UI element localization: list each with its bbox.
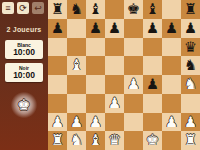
black-clock-time: 10:00	[13, 71, 35, 80]
board-square[interactable]	[105, 56, 124, 75]
board-square[interactable]	[162, 56, 181, 75]
sidebar: ≡ ⟳ ↩ 2 Joueurs Blanc 10:00 Noir 10:00 ♚	[0, 0, 48, 150]
board-square[interactable]: ♛	[105, 131, 124, 150]
piece-white-pawn: ♟	[108, 95, 121, 110]
board-square[interactable]	[124, 94, 143, 113]
board-square[interactable]	[124, 56, 143, 75]
board-square[interactable]: ♟	[105, 94, 124, 113]
board-square[interactable]: ♟	[86, 19, 105, 38]
piece-white-pawn: ♟	[89, 114, 102, 129]
piece-white-pawn: ♟	[70, 114, 83, 129]
white-king-icon: ♚	[17, 96, 30, 114]
piece-white-pawn: ♟	[51, 114, 64, 129]
board-square[interactable]	[162, 94, 181, 113]
board-square[interactable]	[105, 38, 124, 57]
board-square[interactable]	[124, 19, 143, 38]
board-square[interactable]	[162, 0, 181, 19]
piece-black-king: ♚	[127, 2, 140, 17]
board-square[interactable]	[105, 113, 124, 132]
piece-black-pawn: ♟	[89, 20, 102, 35]
board-square[interactable]: ♞	[67, 0, 86, 19]
board-square[interactable]: ♝	[67, 56, 86, 75]
board-square[interactable]	[162, 131, 181, 150]
piece-black-pawn: ♟	[165, 20, 178, 35]
undo-icon: ↩	[34, 2, 42, 14]
board-square[interactable]: ♟	[48, 19, 67, 38]
piece-white-pawn: ♟	[127, 77, 140, 92]
board-square[interactable]	[143, 56, 162, 75]
board-square[interactable]	[105, 75, 124, 94]
board-square[interactable]	[86, 56, 105, 75]
board-square[interactable]	[86, 75, 105, 94]
chess-app: ≡ ⟳ ↩ 2 Joueurs Blanc 10:00 Noir 10:00 ♚…	[0, 0, 200, 150]
board-square[interactable]: ♛	[181, 38, 200, 57]
board-square[interactable]	[162, 75, 181, 94]
piece-white-queen: ♛	[108, 133, 121, 148]
board-square[interactable]	[48, 56, 67, 75]
board-square[interactable]: ♟	[143, 75, 162, 94]
board-square[interactable]: ♟	[86, 113, 105, 132]
black-clock: Noir 10:00	[5, 63, 43, 82]
board-square[interactable]	[143, 94, 162, 113]
chess-board: ♜♞♝♚♝♜♟♟♟♟♟♟♛♝♞♟♟♞♟♟♟♟♟♟♜♞♝♛♚♜	[48, 0, 200, 150]
board-square[interactable]: ♞	[67, 131, 86, 150]
piece-black-bishop: ♝	[146, 2, 159, 17]
board-square[interactable]: ♟	[124, 75, 143, 94]
turn-indicator: ♚	[11, 92, 37, 118]
piece-black-queen: ♛	[184, 39, 197, 54]
board-square[interactable]	[48, 38, 67, 57]
piece-white-rook: ♜	[184, 133, 197, 148]
board-square[interactable]	[48, 94, 67, 113]
board-square[interactable]	[67, 19, 86, 38]
piece-white-knight: ♞	[184, 77, 197, 92]
piece-black-pawn: ♟	[146, 20, 159, 35]
board-square[interactable]	[67, 75, 86, 94]
restart-button[interactable]: ⟳	[17, 2, 29, 14]
piece-white-bishop: ♝	[70, 58, 83, 73]
board-square[interactable]: ♟	[105, 19, 124, 38]
board-square[interactable]	[86, 94, 105, 113]
piece-white-pawn: ♟	[184, 114, 197, 129]
restart-icon: ⟳	[19, 2, 27, 14]
board-square[interactable]	[86, 38, 105, 57]
piece-white-bishop: ♝	[89, 133, 102, 148]
board-square[interactable]	[181, 94, 200, 113]
piece-white-rook: ♜	[51, 133, 64, 148]
white-clock: Blanc 10:00	[5, 40, 43, 59]
board-square[interactable]	[105, 0, 124, 19]
board-square[interactable]: ♜	[181, 0, 200, 19]
piece-black-knight: ♞	[70, 2, 83, 17]
board-square[interactable]: ♞	[181, 56, 200, 75]
board-square[interactable]	[162, 38, 181, 57]
board-square[interactable]: ♟	[48, 113, 67, 132]
piece-white-pawn: ♟	[165, 114, 178, 129]
piece-black-rook: ♜	[184, 2, 197, 17]
board-square[interactable]	[124, 131, 143, 150]
piece-black-pawn: ♟	[146, 77, 159, 92]
board-square[interactable]: ♟	[162, 19, 181, 38]
board-square[interactable]: ♟	[181, 113, 200, 132]
game-mode-label: 2 Joueurs	[0, 26, 48, 33]
undo-button[interactable]: ↩	[32, 2, 44, 14]
board-square[interactable]: ♝	[86, 131, 105, 150]
white-clock-time: 10:00	[13, 48, 35, 57]
board-square[interactable]: ♝	[143, 0, 162, 19]
menu-button[interactable]: ≡	[2, 2, 14, 14]
toolbar: ≡ ⟳ ↩	[2, 2, 44, 14]
board-square[interactable]	[124, 38, 143, 57]
piece-black-pawn: ♟	[51, 20, 64, 35]
board-square[interactable]	[67, 94, 86, 113]
board-square[interactable]: ♜	[48, 0, 67, 19]
board-square[interactable]: ♚	[124, 0, 143, 19]
board-square[interactable]: ♚	[143, 131, 162, 150]
piece-white-king: ♚	[146, 133, 159, 148]
board-square[interactable]: ♝	[86, 0, 105, 19]
board-square[interactable]: ♟	[162, 113, 181, 132]
board-square[interactable]	[143, 113, 162, 132]
board-square[interactable]	[67, 38, 86, 57]
board-square[interactable]: ♞	[181, 75, 200, 94]
menu-icon: ≡	[5, 2, 10, 14]
board-square[interactable]	[124, 113, 143, 132]
board-square[interactable]: ♜	[181, 131, 200, 150]
piece-white-knight: ♞	[70, 133, 83, 148]
board-square[interactable]: ♟	[67, 113, 86, 132]
piece-black-pawn: ♟	[184, 20, 197, 35]
board-square[interactable]: ♟	[181, 19, 200, 38]
piece-black-knight: ♞	[184, 58, 197, 73]
board-square[interactable]: ♜	[48, 131, 67, 150]
board-square[interactable]: ♟	[143, 19, 162, 38]
piece-black-rook: ♜	[51, 2, 64, 17]
board-square[interactable]	[143, 38, 162, 57]
board-square[interactable]	[48, 75, 67, 94]
piece-black-pawn: ♟	[108, 20, 121, 35]
piece-black-bishop: ♝	[89, 2, 102, 17]
